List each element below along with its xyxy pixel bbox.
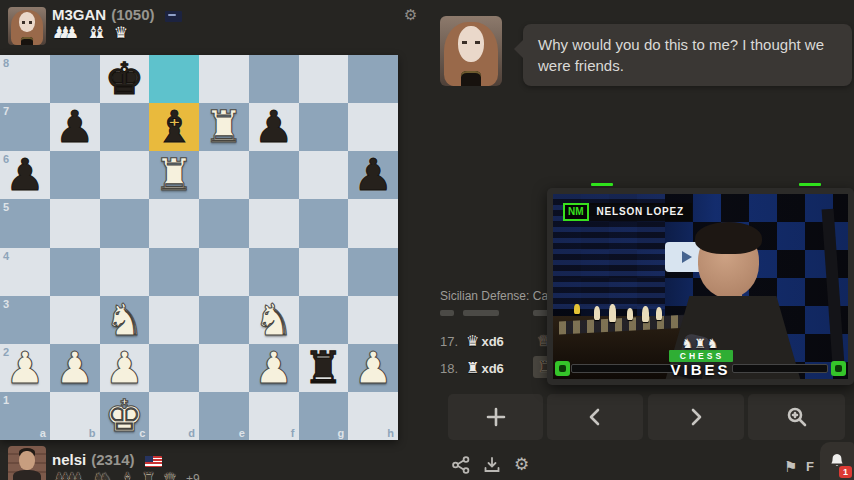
white-rook[interactable]: ♜: [154, 153, 193, 197]
square-g7[interactable]: [299, 103, 349, 151]
black-pawn[interactable]: ♟: [5, 153, 44, 197]
captured-queen-icon: ♛: [163, 471, 177, 480]
game-tools: ⚙: [452, 456, 529, 474]
plus-icon: [485, 406, 507, 428]
chat-message-text: Why would you do this to me? I thought w…: [538, 34, 844, 76]
bottom-player-avatar[interactable]: [8, 446, 46, 480]
file-label-d: d: [188, 427, 195, 439]
chevron-left-icon: [586, 407, 604, 427]
captured-rook-icon: ♜: [141, 471, 155, 480]
square-a5[interactable]: 5: [0, 199, 50, 247]
square-h8[interactable]: [348, 55, 398, 103]
chat-bubble: Why would you do this to me? I thought w…: [523, 24, 852, 86]
square-e5[interactable]: [199, 199, 249, 247]
square-h3[interactable]: [348, 296, 398, 344]
square-g6[interactable]: [299, 151, 349, 199]
frame-tick: [591, 183, 613, 186]
captured-group-pawn: ♟♟♟♟: [52, 471, 85, 480]
square-c3[interactable]: ♞: [100, 296, 150, 344]
square-g2[interactable]: ♜: [299, 344, 349, 392]
video-frame: NM NELSON LOPEZ ♞♜♞ CHESS VIBES: [553, 194, 848, 379]
black-pawn[interactable]: ♟: [353, 153, 392, 197]
square-d8[interactable]: [149, 55, 199, 103]
chess-vibes-logo: ♞♜♞ CHESS VIBES: [553, 338, 848, 378]
file-label-h: h: [387, 427, 394, 439]
square-c7[interactable]: [100, 103, 150, 151]
square-e4[interactable]: [199, 248, 249, 296]
rank-label-1: 1: [3, 394, 9, 406]
captured-pawn-icon: ♟: [65, 25, 79, 41]
square-d3[interactable]: [149, 296, 199, 344]
notification-bell-button[interactable]: 1: [820, 442, 854, 480]
file-label-a: a: [40, 427, 46, 439]
captured-group-queen: ♛: [114, 25, 128, 41]
square-h7[interactable]: [348, 103, 398, 151]
streamer-video-overlay[interactable]: NM NELSON LOPEZ ♞♜♞ CHESS VIBES: [547, 188, 854, 385]
white-pawn[interactable]: ♟: [105, 346, 144, 390]
chevron-right-icon: [687, 407, 705, 427]
rank-label-7: 7: [3, 105, 9, 117]
file-label-f: f: [291, 427, 295, 439]
square-a1[interactable]: 1a: [0, 392, 50, 440]
move-number: 17.: [440, 334, 466, 349]
captured-knight-icon: ♞: [99, 471, 113, 480]
rank-label-4: 4: [3, 250, 9, 262]
square-h5[interactable]: [348, 199, 398, 247]
nm-title-badge: NM: [563, 203, 589, 221]
top-player-name[interactable]: M3GAN(1050): [52, 6, 182, 23]
bottom-player-name[interactable]: nelsi(2314): [52, 451, 162, 468]
square-b5[interactable]: [50, 199, 100, 247]
move-row-18: 18. ♜ xd6: [440, 357, 504, 379]
square-g8[interactable]: [299, 55, 349, 103]
avatar-face: [19, 451, 34, 471]
square-e1[interactable]: e: [199, 392, 249, 440]
white-pawn[interactable]: ♟: [254, 346, 293, 390]
file-label-b: b: [89, 427, 96, 439]
square-b4[interactable]: [50, 248, 100, 296]
move-row-17: 17. ♛ xd6 ♛ xd6: [440, 330, 504, 352]
square-c6[interactable]: [100, 151, 150, 199]
square-f6[interactable]: [249, 151, 299, 199]
square-g4[interactable]: [299, 248, 349, 296]
rank-label-8: 8: [3, 57, 9, 69]
bottom-player-flag-icon: [145, 456, 162, 467]
streamer-name: NELSON LOPEZ: [589, 203, 692, 221]
top-captured-pieces: ♟♟♟♝♝♛: [52, 25, 128, 41]
white-pawn[interactable]: ♟: [5, 346, 44, 390]
square-d7[interactable]: ♝: [149, 103, 199, 151]
share-icon[interactable]: [452, 456, 470, 474]
white-knight[interactable]: ♞: [254, 298, 293, 342]
square-d4[interactable]: [149, 248, 199, 296]
square-h1[interactable]: h: [348, 392, 398, 440]
square-f4[interactable]: [249, 248, 299, 296]
rank-label-6: 6: [3, 153, 9, 165]
square-a8[interactable]: 8: [0, 55, 50, 103]
square-c8[interactable]: ♚: [100, 55, 150, 103]
partial-label: F: [806, 459, 814, 474]
avatar-eyes: [462, 41, 479, 44]
avatar-bow: [461, 71, 481, 86]
square-c1[interactable]: c♚: [100, 392, 150, 440]
chess-piece-prop: [609, 304, 616, 322]
logo-vibes-text: VIBES: [553, 362, 848, 378]
square-e2[interactable]: [199, 344, 249, 392]
square-h6[interactable]: ♟: [348, 151, 398, 199]
square-d6[interactable]: ♜: [149, 151, 199, 199]
square-b2[interactable]: ♟: [50, 344, 100, 392]
square-f2[interactable]: ♟: [249, 344, 299, 392]
top-player-avatar[interactable]: [8, 7, 46, 45]
chess-piece-prop: [642, 306, 649, 322]
captured-queen-icon: ♛: [114, 25, 128, 41]
square-b6[interactable]: [50, 151, 100, 199]
square-d2[interactable]: [149, 344, 199, 392]
square-c5[interactable]: [100, 199, 150, 247]
report-flag-icon[interactable]: ⚑: [784, 458, 797, 476]
avatar-bow: [21, 37, 33, 45]
next-move-button[interactable]: [648, 394, 744, 440]
top-player-bar: M3GAN(1050) ♟♟♟♝♝♛ ⚙: [0, 0, 430, 55]
black-bishop[interactable]: ♝: [154, 105, 193, 149]
square-b7[interactable]: ♟: [50, 103, 100, 151]
bottom-player-username[interactable]: nelsi: [52, 451, 86, 468]
square-b8[interactable]: [50, 55, 100, 103]
opening-name[interactable]: Sicilian Defense: Can: [440, 289, 554, 303]
black-pawn[interactable]: ♟: [55, 105, 94, 149]
chess-board[interactable]: 8♚7♟♝♜♟6♟♜♟543♞♞2♟♟♟♟♜♟1abc♚defgh: [0, 55, 398, 440]
square-c2[interactable]: ♟: [100, 344, 150, 392]
chess-piece-prop: [594, 306, 600, 320]
square-g5[interactable]: [299, 199, 349, 247]
bottom-player-bar: nelsi(2314) ♟♟♟♟♞♞♝♜♛+9: [0, 440, 430, 480]
square-a7[interactable]: 7: [0, 103, 50, 151]
add-move-button[interactable]: [448, 394, 543, 440]
file-label-g: g: [338, 427, 345, 439]
chess-site-screen: M3GAN(1050) ♟♟♟♝♝♛ ⚙ 8♚7♟♝♜♟6♟♜♟543♞♞2♟♟…: [0, 0, 854, 480]
square-b3[interactable]: [50, 296, 100, 344]
chess-piece-prop: [656, 307, 662, 320]
yellow-piece-prop: [574, 304, 580, 314]
square-c4[interactable]: [100, 248, 150, 296]
captured-group-rook: ♜: [141, 471, 155, 480]
square-h4[interactable]: [348, 248, 398, 296]
captured-group-bishop: ♝♝: [86, 25, 107, 41]
frame-tick: [799, 183, 821, 186]
logo-pieces-icon: ♞♜♞: [553, 338, 848, 350]
streamer-title-row: NM NELSON LOPEZ: [563, 203, 692, 221]
move-white[interactable]: xd6: [481, 334, 503, 349]
settings-gear-icon[interactable]: ⚙: [404, 6, 417, 24]
bottom-captured-pieces: ♟♟♟♟♞♞♝♜♛+9: [52, 471, 200, 480]
notification-count-badge: 1: [839, 466, 852, 478]
square-f3[interactable]: ♞: [249, 296, 299, 344]
top-player-username[interactable]: M3GAN: [52, 6, 106, 23]
top-player-flag-icon: [165, 11, 182, 22]
download-icon[interactable]: [483, 456, 501, 474]
square-e6[interactable]: [199, 151, 249, 199]
square-f1[interactable]: f: [249, 392, 299, 440]
square-a3[interactable]: 3: [0, 296, 50, 344]
rank-label-2: 2: [3, 346, 9, 358]
bottom-player-rating: (2314): [91, 451, 134, 468]
white-rook-move-icon: ♜: [466, 359, 479, 377]
square-h2[interactable]: ♟: [348, 344, 398, 392]
rank-label-5: 5: [3, 201, 9, 213]
move-white[interactable]: xd6: [481, 361, 503, 376]
black-king[interactable]: ♚: [105, 57, 144, 101]
magnifier-icon: [786, 406, 808, 428]
rank-label-3: 3: [3, 298, 9, 310]
square-g1[interactable]: g: [299, 392, 349, 440]
white-pawn[interactable]: ♟: [55, 346, 94, 390]
chat-avatar[interactable]: [440, 16, 502, 86]
file-label-e: e: [239, 427, 245, 439]
top-player-rating: (1050): [111, 6, 154, 23]
square-e8[interactable]: [199, 55, 249, 103]
file-label-c: c: [139, 427, 145, 439]
square-f7[interactable]: ♟: [249, 103, 299, 151]
white-queen-move-icon: ♛: [466, 332, 479, 350]
white-rook[interactable]: ♜: [204, 105, 243, 149]
square-e7[interactable]: ♜: [199, 103, 249, 151]
captured-group-knight: ♞♞: [92, 471, 113, 480]
captured-pawn-icon: ♟: [71, 471, 85, 480]
square-g3[interactable]: [299, 296, 349, 344]
streamer-head: [698, 227, 760, 297]
square-d5[interactable]: [149, 199, 199, 247]
move-number: 18.: [440, 361, 466, 376]
avatar-body: [13, 470, 42, 480]
captured-bishop-icon: ♝: [92, 25, 106, 41]
previous-move-button[interactable]: [547, 394, 643, 440]
captured-group-bishop: ♝: [120, 471, 134, 480]
black-rook[interactable]: ♜: [304, 346, 343, 390]
square-a2[interactable]: 2♟: [0, 344, 50, 392]
square-d1[interactable]: d: [149, 392, 199, 440]
board-settings-gear-icon[interactable]: ⚙: [514, 456, 529, 474]
square-a6[interactable]: 6♟: [0, 151, 50, 199]
material-advantage: +9: [186, 472, 200, 480]
white-knight[interactable]: ♞: [105, 298, 144, 342]
square-b1[interactable]: b: [50, 392, 100, 440]
square-f8[interactable]: [249, 55, 299, 103]
captured-group-pawn: ♟♟♟: [52, 25, 79, 41]
white-pawn[interactable]: ♟: [353, 346, 392, 390]
captured-group-queen: ♛: [163, 471, 177, 480]
chess-piece-prop: [627, 308, 633, 320]
square-a4[interactable]: 4: [0, 248, 50, 296]
avatar-eyes: [22, 21, 33, 24]
captured-bishop-icon: ♝: [120, 471, 134, 480]
square-e3[interactable]: [199, 296, 249, 344]
black-pawn[interactable]: ♟: [254, 105, 293, 149]
square-f5[interactable]: [249, 199, 299, 247]
analysis-button[interactable]: [748, 394, 845, 440]
